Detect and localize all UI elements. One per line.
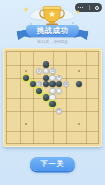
move-number: 12 [51,69,55,72]
star-point [78,123,80,125]
white-stone [49,75,55,81]
close-circle-icon[interactable] [95,6,99,10]
move-number: 6 [38,69,40,72]
level-round-subtitle: 第14关，第8回合 [22,39,83,45]
move-number: 16 [57,109,61,112]
star-point [78,70,80,72]
star-point [25,123,27,125]
black-stone [43,75,49,81]
black-stone-winning [49,101,55,107]
move-number: 10 [37,83,41,86]
black-stone-winning [23,75,29,81]
black-stone-winning [43,94,49,100]
star-point [25,70,27,72]
black-stone [43,61,49,67]
move-number: 14 [64,83,68,86]
move-number: 4 [58,76,60,79]
next-level-label: 下一关 [41,159,65,169]
white-stone [49,88,55,94]
white-stone: 4 [56,75,62,81]
banner-title: 挑战成功 [37,26,69,36]
success-banner: 挑战成功 [0,25,105,40]
white-stone [49,94,55,100]
board[interactable]: 6124101416 [3,48,102,147]
game-screen: 挑战成功 第14关，第8回合 6124101416 下一关 [0,0,105,185]
banner-bar: 挑战成功 [26,25,79,37]
black-stone [49,81,55,87]
white-stone: 12 [49,68,55,74]
next-level-button[interactable]: 下一关 [30,157,75,171]
white-stone: 16 [56,108,62,114]
capsule-divider [89,5,90,10]
